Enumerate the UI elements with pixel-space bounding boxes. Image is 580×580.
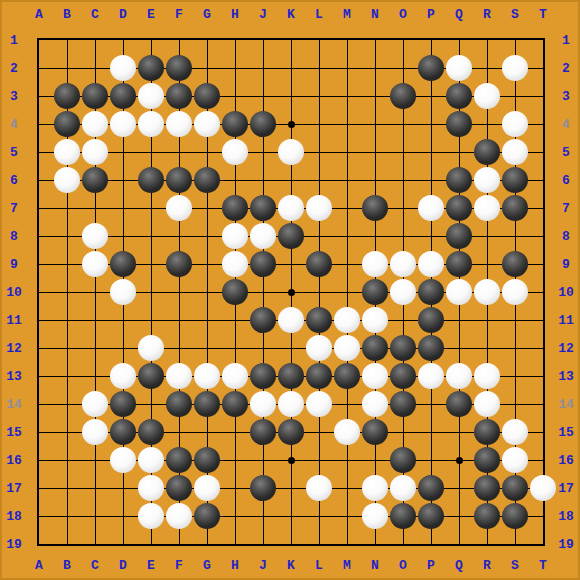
intersection-F11[interactable] (165, 306, 193, 334)
intersection-A10[interactable] (25, 278, 53, 306)
stone-black-O3[interactable] (390, 83, 416, 109)
stone-black-E2[interactable] (138, 55, 164, 81)
stone-black-J13[interactable] (250, 363, 276, 389)
stone-white-H9[interactable] (222, 251, 248, 277)
stone-white-Q13[interactable] (446, 363, 472, 389)
intersection-J17[interactable] (249, 474, 277, 502)
intersection-F1[interactable] (165, 26, 193, 54)
intersection-T1[interactable] (529, 26, 557, 54)
stone-black-G18[interactable] (194, 503, 220, 529)
intersection-E8[interactable] (137, 222, 165, 250)
intersection-C2[interactable] (81, 54, 109, 82)
intersection-P7[interactable] (417, 194, 445, 222)
intersection-O1[interactable] (389, 26, 417, 54)
stone-black-C3[interactable] (82, 83, 108, 109)
intersection-G7[interactable] (193, 194, 221, 222)
intersection-E14[interactable] (137, 390, 165, 418)
intersection-B14[interactable] (53, 390, 81, 418)
intersection-J12[interactable] (249, 334, 277, 362)
intersection-T19[interactable] (529, 530, 557, 558)
intersection-D3[interactable] (109, 82, 137, 110)
intersection-G10[interactable] (193, 278, 221, 306)
intersection-L5[interactable] (305, 138, 333, 166)
stone-white-O10[interactable] (390, 279, 416, 305)
intersection-H19[interactable] (221, 530, 249, 558)
intersection-C5[interactable] (81, 138, 109, 166)
intersection-D10[interactable] (109, 278, 137, 306)
stone-white-C15[interactable] (82, 419, 108, 445)
stone-white-T17[interactable] (530, 475, 556, 501)
intersection-J7[interactable] (249, 194, 277, 222)
intersection-F4[interactable] (165, 110, 193, 138)
intersection-A3[interactable] (25, 82, 53, 110)
intersection-J4[interactable] (249, 110, 277, 138)
intersection-H6[interactable] (221, 166, 249, 194)
intersection-B2[interactable] (53, 54, 81, 82)
intersection-H16[interactable] (221, 446, 249, 474)
stone-black-N7[interactable] (362, 195, 388, 221)
stone-black-J7[interactable] (250, 195, 276, 221)
intersection-Q8[interactable] (445, 222, 473, 250)
intersection-D16[interactable] (109, 446, 137, 474)
stone-white-P9[interactable] (418, 251, 444, 277)
intersection-B5[interactable] (53, 138, 81, 166)
intersection-S12[interactable] (501, 334, 529, 362)
intersection-G18[interactable] (193, 502, 221, 530)
intersection-E6[interactable] (137, 166, 165, 194)
intersection-N13[interactable] (361, 362, 389, 390)
intersection-H15[interactable] (221, 418, 249, 446)
intersection-M3[interactable] (333, 82, 361, 110)
stone-black-G14[interactable] (194, 391, 220, 417)
stone-white-D16[interactable] (110, 447, 136, 473)
stone-white-N9[interactable] (362, 251, 388, 277)
intersection-B15[interactable] (53, 418, 81, 446)
stone-black-K8[interactable] (278, 223, 304, 249)
intersection-O17[interactable] (389, 474, 417, 502)
intersection-K18[interactable] (277, 502, 305, 530)
intersection-J6[interactable] (249, 166, 277, 194)
intersection-L3[interactable] (305, 82, 333, 110)
intersection-J3[interactable] (249, 82, 277, 110)
stone-black-R18[interactable] (474, 503, 500, 529)
intersection-P9[interactable] (417, 250, 445, 278)
intersection-H10[interactable] (221, 278, 249, 306)
stone-white-L12[interactable] (306, 335, 332, 361)
intersection-T8[interactable] (529, 222, 557, 250)
stone-white-C5[interactable] (82, 139, 108, 165)
stone-black-C6[interactable] (82, 167, 108, 193)
intersection-H18[interactable] (221, 502, 249, 530)
intersection-B16[interactable] (53, 446, 81, 474)
intersection-O6[interactable] (389, 166, 417, 194)
stone-black-Q3[interactable] (446, 83, 472, 109)
intersection-M5[interactable] (333, 138, 361, 166)
intersection-F6[interactable] (165, 166, 193, 194)
stone-white-H13[interactable] (222, 363, 248, 389)
intersection-S17[interactable] (501, 474, 529, 502)
intersection-B8[interactable] (53, 222, 81, 250)
intersection-F2[interactable] (165, 54, 193, 82)
intersection-P4[interactable] (417, 110, 445, 138)
intersection-F9[interactable] (165, 250, 193, 278)
intersection-E15[interactable] (137, 418, 165, 446)
intersection-E2[interactable] (137, 54, 165, 82)
intersection-D6[interactable] (109, 166, 137, 194)
intersection-R18[interactable] (473, 502, 501, 530)
intersection-C3[interactable] (81, 82, 109, 110)
intersection-K14[interactable] (277, 390, 305, 418)
intersection-A14[interactable] (25, 390, 53, 418)
intersection-T10[interactable] (529, 278, 557, 306)
intersection-L18[interactable] (305, 502, 333, 530)
intersection-D9[interactable] (109, 250, 137, 278)
intersection-T18[interactable] (529, 502, 557, 530)
intersection-P2[interactable] (417, 54, 445, 82)
intersection-E3[interactable] (137, 82, 165, 110)
stone-white-J14[interactable] (250, 391, 276, 417)
intersection-O10[interactable] (389, 278, 417, 306)
intersection-N2[interactable] (361, 54, 389, 82)
stone-white-K14[interactable] (278, 391, 304, 417)
intersection-S5[interactable] (501, 138, 529, 166)
intersection-R15[interactable] (473, 418, 501, 446)
intersection-E13[interactable] (137, 362, 165, 390)
stone-white-K11[interactable] (278, 307, 304, 333)
intersection-M12[interactable] (333, 334, 361, 362)
intersection-H7[interactable] (221, 194, 249, 222)
intersection-N17[interactable] (361, 474, 389, 502)
stone-black-F14[interactable] (166, 391, 192, 417)
intersection-O2[interactable] (389, 54, 417, 82)
stone-black-N15[interactable] (362, 419, 388, 445)
intersection-H12[interactable] (221, 334, 249, 362)
intersection-M2[interactable] (333, 54, 361, 82)
intersection-O3[interactable] (389, 82, 417, 110)
intersection-G3[interactable] (193, 82, 221, 110)
intersection-A18[interactable] (25, 502, 53, 530)
intersection-M14[interactable] (333, 390, 361, 418)
intersection-S8[interactable] (501, 222, 529, 250)
stone-white-D10[interactable] (110, 279, 136, 305)
intersection-K17[interactable] (277, 474, 305, 502)
intersection-Q13[interactable] (445, 362, 473, 390)
intersection-N19[interactable] (361, 530, 389, 558)
intersection-K11[interactable] (277, 306, 305, 334)
intersection-R19[interactable] (473, 530, 501, 558)
intersection-T11[interactable] (529, 306, 557, 334)
stone-white-M11[interactable] (334, 307, 360, 333)
intersection-P19[interactable] (417, 530, 445, 558)
intersection-L13[interactable] (305, 362, 333, 390)
intersection-R8[interactable] (473, 222, 501, 250)
intersection-Q2[interactable] (445, 54, 473, 82)
intersection-S7[interactable] (501, 194, 529, 222)
intersection-H2[interactable] (221, 54, 249, 82)
intersection-R12[interactable] (473, 334, 501, 362)
intersection-P1[interactable] (417, 26, 445, 54)
stone-white-D4[interactable] (110, 111, 136, 137)
intersection-P11[interactable] (417, 306, 445, 334)
intersection-L8[interactable] (305, 222, 333, 250)
intersection-Q14[interactable] (445, 390, 473, 418)
intersection-H4[interactable] (221, 110, 249, 138)
intersection-N14[interactable] (361, 390, 389, 418)
intersection-H13[interactable] (221, 362, 249, 390)
intersection-O8[interactable] (389, 222, 417, 250)
intersection-S6[interactable] (501, 166, 529, 194)
intersection-Q15[interactable] (445, 418, 473, 446)
stone-black-S17[interactable] (502, 475, 528, 501)
stone-black-J9[interactable] (250, 251, 276, 277)
intersection-F8[interactable] (165, 222, 193, 250)
intersection-S16[interactable] (501, 446, 529, 474)
intersection-O9[interactable] (389, 250, 417, 278)
intersection-B4[interactable] (53, 110, 81, 138)
intersection-A11[interactable] (25, 306, 53, 334)
intersection-K5[interactable] (277, 138, 305, 166)
intersection-P14[interactable] (417, 390, 445, 418)
stone-black-J17[interactable] (250, 475, 276, 501)
intersection-D14[interactable] (109, 390, 137, 418)
stone-white-F18[interactable] (166, 503, 192, 529)
intersection-B11[interactable] (53, 306, 81, 334)
intersection-B12[interactable] (53, 334, 81, 362)
intersection-B19[interactable] (53, 530, 81, 558)
intersection-E17[interactable] (137, 474, 165, 502)
intersection-O11[interactable] (389, 306, 417, 334)
intersection-C18[interactable] (81, 502, 109, 530)
intersection-M4[interactable] (333, 110, 361, 138)
intersection-M10[interactable] (333, 278, 361, 306)
intersection-O12[interactable] (389, 334, 417, 362)
stone-black-B4[interactable] (54, 111, 80, 137)
stone-black-H7[interactable] (222, 195, 248, 221)
intersection-J11[interactable] (249, 306, 277, 334)
intersection-R11[interactable] (473, 306, 501, 334)
intersection-A1[interactable] (25, 26, 53, 54)
intersection-C19[interactable] (81, 530, 109, 558)
intersection-B1[interactable] (53, 26, 81, 54)
intersection-O5[interactable] (389, 138, 417, 166)
stone-white-S4[interactable] (502, 111, 528, 137)
intersection-T3[interactable] (529, 82, 557, 110)
intersection-G9[interactable] (193, 250, 221, 278)
stone-white-P7[interactable] (418, 195, 444, 221)
stone-black-J11[interactable] (250, 307, 276, 333)
intersection-C9[interactable] (81, 250, 109, 278)
stone-black-E15[interactable] (138, 419, 164, 445)
stone-black-D15[interactable] (110, 419, 136, 445)
stone-black-S18[interactable] (502, 503, 528, 529)
intersection-O18[interactable] (389, 502, 417, 530)
intersection-B13[interactable] (53, 362, 81, 390)
intersection-G14[interactable] (193, 390, 221, 418)
intersection-N5[interactable] (361, 138, 389, 166)
intersection-T16[interactable] (529, 446, 557, 474)
stone-white-N13[interactable] (362, 363, 388, 389)
intersection-S14[interactable] (501, 390, 529, 418)
intersection-A17[interactable] (25, 474, 53, 502)
stone-black-G6[interactable] (194, 167, 220, 193)
stone-black-H10[interactable] (222, 279, 248, 305)
intersection-M15[interactable] (333, 418, 361, 446)
stone-black-M13[interactable] (334, 363, 360, 389)
intersection-P8[interactable] (417, 222, 445, 250)
intersection-K13[interactable] (277, 362, 305, 390)
stone-black-R17[interactable] (474, 475, 500, 501)
stone-black-F3[interactable] (166, 83, 192, 109)
intersection-H1[interactable] (221, 26, 249, 54)
intersection-A13[interactable] (25, 362, 53, 390)
stone-black-B3[interactable] (54, 83, 80, 109)
stone-white-K7[interactable] (278, 195, 304, 221)
stone-white-E12[interactable] (138, 335, 164, 361)
intersection-M19[interactable] (333, 530, 361, 558)
intersection-M16[interactable] (333, 446, 361, 474)
intersection-H17[interactable] (221, 474, 249, 502)
intersection-E4[interactable] (137, 110, 165, 138)
stone-black-Q7[interactable] (446, 195, 472, 221)
intersection-P13[interactable] (417, 362, 445, 390)
intersection-S3[interactable] (501, 82, 529, 110)
intersection-O13[interactable] (389, 362, 417, 390)
intersection-B3[interactable] (53, 82, 81, 110)
intersection-T6[interactable] (529, 166, 557, 194)
stone-black-F2[interactable] (166, 55, 192, 81)
intersection-E11[interactable] (137, 306, 165, 334)
intersection-D8[interactable] (109, 222, 137, 250)
stone-white-S5[interactable] (502, 139, 528, 165)
stone-white-S2[interactable] (502, 55, 528, 81)
intersection-L17[interactable] (305, 474, 333, 502)
intersection-T7[interactable] (529, 194, 557, 222)
intersection-Q4[interactable] (445, 110, 473, 138)
intersection-N11[interactable] (361, 306, 389, 334)
intersection-P18[interactable] (417, 502, 445, 530)
intersection-G11[interactable] (193, 306, 221, 334)
stone-white-R7[interactable] (474, 195, 500, 221)
intersection-M17[interactable] (333, 474, 361, 502)
intersection-K7[interactable] (277, 194, 305, 222)
intersection-S4[interactable] (501, 110, 529, 138)
intersection-H8[interactable] (221, 222, 249, 250)
intersection-S11[interactable] (501, 306, 529, 334)
intersection-Q18[interactable] (445, 502, 473, 530)
intersection-B6[interactable] (53, 166, 81, 194)
intersection-H9[interactable] (221, 250, 249, 278)
intersection-G1[interactable] (193, 26, 221, 54)
stone-black-L11[interactable] (306, 307, 332, 333)
intersection-R10[interactable] (473, 278, 501, 306)
stone-white-E16[interactable] (138, 447, 164, 473)
intersection-C8[interactable] (81, 222, 109, 250)
intersection-R2[interactable] (473, 54, 501, 82)
stone-white-F7[interactable] (166, 195, 192, 221)
intersection-Q7[interactable] (445, 194, 473, 222)
stone-black-L9[interactable] (306, 251, 332, 277)
intersection-M13[interactable] (333, 362, 361, 390)
intersection-T17[interactable] (529, 474, 557, 502)
intersection-M9[interactable] (333, 250, 361, 278)
intersection-C11[interactable] (81, 306, 109, 334)
intersection-Q16[interactable] (445, 446, 473, 474)
intersection-F15[interactable] (165, 418, 193, 446)
intersection-B18[interactable] (53, 502, 81, 530)
intersection-O14[interactable] (389, 390, 417, 418)
stone-white-Q10[interactable] (446, 279, 472, 305)
intersection-D7[interactable] (109, 194, 137, 222)
intersection-G17[interactable] (193, 474, 221, 502)
stone-black-O13[interactable] (390, 363, 416, 389)
intersection-L2[interactable] (305, 54, 333, 82)
intersection-D1[interactable] (109, 26, 137, 54)
intersection-G12[interactable] (193, 334, 221, 362)
stone-black-E13[interactable] (138, 363, 164, 389)
intersection-K6[interactable] (277, 166, 305, 194)
intersection-B17[interactable] (53, 474, 81, 502)
intersection-P12[interactable] (417, 334, 445, 362)
intersection-C1[interactable] (81, 26, 109, 54)
intersection-H5[interactable] (221, 138, 249, 166)
stone-white-D13[interactable] (110, 363, 136, 389)
intersection-L10[interactable] (305, 278, 333, 306)
stone-white-C8[interactable] (82, 223, 108, 249)
intersection-M18[interactable] (333, 502, 361, 530)
intersection-E19[interactable] (137, 530, 165, 558)
intersection-C6[interactable] (81, 166, 109, 194)
intersection-R13[interactable] (473, 362, 501, 390)
intersection-N4[interactable] (361, 110, 389, 138)
intersection-C4[interactable] (81, 110, 109, 138)
stone-white-E4[interactable] (138, 111, 164, 137)
intersection-O16[interactable] (389, 446, 417, 474)
stone-black-N12[interactable] (362, 335, 388, 361)
stone-black-P10[interactable] (418, 279, 444, 305)
stone-black-L13[interactable] (306, 363, 332, 389)
intersection-D13[interactable] (109, 362, 137, 390)
stone-black-N10[interactable] (362, 279, 388, 305)
stone-black-O16[interactable] (390, 447, 416, 473)
intersection-P15[interactable] (417, 418, 445, 446)
intersection-L15[interactable] (305, 418, 333, 446)
stone-white-R10[interactable] (474, 279, 500, 305)
stone-black-F9[interactable] (166, 251, 192, 277)
intersection-D11[interactable] (109, 306, 137, 334)
stone-black-P12[interactable] (418, 335, 444, 361)
stone-white-S15[interactable] (502, 419, 528, 445)
intersection-N15[interactable] (361, 418, 389, 446)
intersection-R17[interactable] (473, 474, 501, 502)
intersection-G15[interactable] (193, 418, 221, 446)
stone-black-S6[interactable] (502, 167, 528, 193)
intersection-C10[interactable] (81, 278, 109, 306)
intersection-S19[interactable] (501, 530, 529, 558)
intersection-N7[interactable] (361, 194, 389, 222)
stone-white-C4[interactable] (82, 111, 108, 137)
intersection-J10[interactable] (249, 278, 277, 306)
stone-white-N18[interactable] (362, 503, 388, 529)
intersection-A8[interactable] (25, 222, 53, 250)
stone-white-Q2[interactable] (446, 55, 472, 81)
intersection-M8[interactable] (333, 222, 361, 250)
intersection-C16[interactable] (81, 446, 109, 474)
intersection-F12[interactable] (165, 334, 193, 362)
intersection-B10[interactable] (53, 278, 81, 306)
stone-white-R14[interactable] (474, 391, 500, 417)
intersection-E12[interactable] (137, 334, 165, 362)
intersection-J15[interactable] (249, 418, 277, 446)
